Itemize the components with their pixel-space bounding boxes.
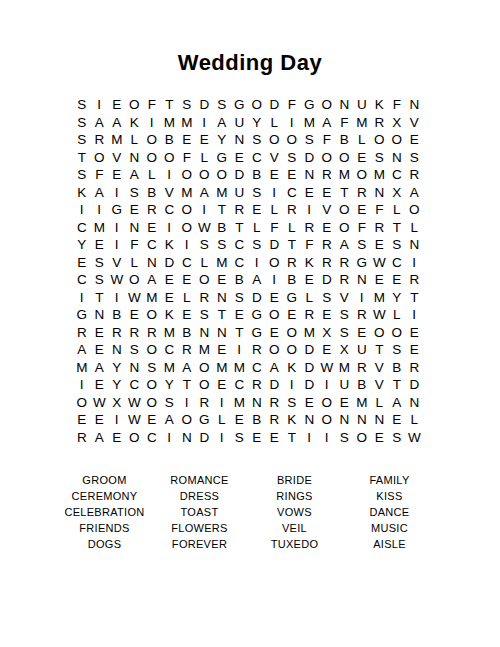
grid-cell-r5c5[interactable]: L (143, 166, 161, 184)
grid-cell-r11c11[interactable]: A (248, 271, 266, 289)
grid-cell-r5c13[interactable]: E (283, 166, 301, 184)
grid-cell-r19c8[interactable]: G (196, 411, 214, 429)
grid-cell-r9c12[interactable]: D (266, 236, 284, 254)
grid-cell-r20c17[interactable]: O (353, 429, 371, 447)
grid-cell-r4c18[interactable]: S (371, 149, 389, 167)
grid-cell-r20c13[interactable]: T (283, 429, 301, 447)
grid-cell-r3c16[interactable]: B (336, 131, 354, 149)
grid-cell-r7c6[interactable]: C (161, 201, 179, 219)
grid-cell-r19c9[interactable]: L (213, 411, 231, 429)
grid-cell-r7c4[interactable]: E (126, 201, 144, 219)
grid-cell-r9c19[interactable]: S (388, 236, 406, 254)
grid-cell-r20c7[interactable]: N (178, 429, 196, 447)
grid-cell-r12c8[interactable]: R (196, 289, 214, 307)
grid-cell-r4c13[interactable]: S (283, 149, 301, 167)
word-aisle[interactable]: AISLE (342, 536, 437, 552)
grid-cell-r6c14[interactable]: E (301, 184, 319, 202)
grid-cell-r14c9[interactable]: N (213, 324, 231, 342)
grid-cell-r5c16[interactable]: M (336, 166, 354, 184)
grid-cell-r17c11[interactable]: R (248, 376, 266, 394)
grid-cell-r13c12[interactable]: O (266, 306, 284, 324)
grid-cell-r20c1[interactable]: R (73, 429, 91, 447)
grid-cell-r12c15[interactable]: S (318, 289, 336, 307)
grid-cell-r19c5[interactable]: E (143, 411, 161, 429)
grid-cell-r9c11[interactable]: S (248, 236, 266, 254)
grid-cell-r3c3[interactable]: M (108, 131, 126, 149)
grid-cell-r6c1[interactable]: K (73, 184, 91, 202)
grid-cell-r20c5[interactable]: C (143, 429, 161, 447)
grid-cell-r20c9[interactable]: I (213, 429, 231, 447)
word-rings[interactable]: RINGS (247, 488, 342, 504)
grid-cell-r2c12[interactable]: L (266, 114, 284, 132)
grid-cell-r11c7[interactable]: E (178, 271, 196, 289)
grid-cell-r6c2[interactable]: A (91, 184, 109, 202)
grid-cell-r8c16[interactable]: O (336, 219, 354, 237)
grid-cell-r11c2[interactable]: S (91, 271, 109, 289)
grid-cell-r7c7[interactable]: O (178, 201, 196, 219)
grid-cell-r15c6[interactable]: C (161, 341, 179, 359)
grid-cell-r19c15[interactable]: O (318, 411, 336, 429)
grid-cell-r3c1[interactable]: S (73, 131, 91, 149)
grid-cell-r12c16[interactable]: V (336, 289, 354, 307)
grid-cell-r12c13[interactable]: G (283, 289, 301, 307)
grid-cell-r8c19[interactable]: T (388, 219, 406, 237)
grid-cell-r10c9[interactable]: M (213, 254, 231, 272)
grid-cell-r9c1[interactable]: Y (73, 236, 91, 254)
grid-cell-r18c15[interactable]: O (318, 394, 336, 412)
grid-cell-r1c16[interactable]: N (336, 96, 354, 114)
grid-cell-r14c20[interactable]: E (406, 324, 424, 342)
grid-cell-r10c6[interactable]: D (161, 254, 179, 272)
grid-cell-r18c1[interactable]: O (73, 394, 91, 412)
grid-cell-r10c13[interactable]: R (283, 254, 301, 272)
grid-cell-r16c15[interactable]: W (318, 359, 336, 377)
grid-cell-r2c18[interactable]: R (371, 114, 389, 132)
grid-cell-r15c3[interactable]: N (108, 341, 126, 359)
grid-cell-r18c16[interactable]: E (336, 394, 354, 412)
grid-cell-r3c10[interactable]: N (231, 131, 249, 149)
grid-cell-r8c13[interactable]: L (283, 219, 301, 237)
grid-cell-r20c14[interactable]: I (301, 429, 319, 447)
grid-cell-r12c10[interactable]: S (231, 289, 249, 307)
grid-cell-r19c14[interactable]: N (301, 411, 319, 429)
grid-cell-r14c4[interactable]: R (126, 324, 144, 342)
grid-cell-r4c19[interactable]: N (388, 149, 406, 167)
grid-cell-r13c20[interactable]: I (406, 306, 424, 324)
grid-cell-r13c4[interactable]: E (126, 306, 144, 324)
grid-cell-r15c4[interactable]: S (126, 341, 144, 359)
grid-cell-r13c6[interactable]: K (161, 306, 179, 324)
grid-cell-r1c3[interactable]: E (108, 96, 126, 114)
grid-cell-r19c6[interactable]: A (161, 411, 179, 429)
grid-cell-r13c13[interactable]: E (283, 306, 301, 324)
grid-cell-r10c3[interactable]: V (108, 254, 126, 272)
grid-cell-r6c6[interactable]: V (161, 184, 179, 202)
grid-cell-r2c13[interactable]: I (283, 114, 301, 132)
grid-cell-r5c4[interactable]: A (126, 166, 144, 184)
grid-cell-r11c6[interactable]: E (161, 271, 179, 289)
grid-cell-r11c12[interactable]: I (266, 271, 284, 289)
grid-cell-r10c14[interactable]: K (301, 254, 319, 272)
grid-cell-r15c14[interactable]: D (301, 341, 319, 359)
grid-cell-r3c2[interactable]: R (91, 131, 109, 149)
grid-cell-r12c14[interactable]: L (301, 289, 319, 307)
grid-cell-r16c5[interactable]: S (143, 359, 161, 377)
grid-cell-r16c16[interactable]: M (336, 359, 354, 377)
grid-cell-r19c12[interactable]: R (266, 411, 284, 429)
grid-cell-r2c3[interactable]: A (108, 114, 126, 132)
grid-cell-r11c3[interactable]: W (108, 271, 126, 289)
grid-cell-r17c13[interactable]: I (283, 376, 301, 394)
grid-cell-r15c11[interactable]: R (248, 341, 266, 359)
grid-cell-r2c20[interactable]: V (406, 114, 424, 132)
grid-cell-r10c18[interactable]: W (371, 254, 389, 272)
grid-cell-r16c11[interactable]: C (248, 359, 266, 377)
grid-cell-r7c14[interactable]: I (301, 201, 319, 219)
grid-cell-r11c8[interactable]: O (196, 271, 214, 289)
grid-cell-r7c5[interactable]: R (143, 201, 161, 219)
grid-cell-r10c19[interactable]: C (388, 254, 406, 272)
grid-cell-r1c13[interactable]: F (283, 96, 301, 114)
grid-cell-r17c4[interactable]: C (126, 376, 144, 394)
grid-cell-r17c8[interactable]: O (196, 376, 214, 394)
grid-cell-r6c5[interactable]: B (143, 184, 161, 202)
grid-cell-r19c1[interactable]: E (73, 411, 91, 429)
grid-cell-r16c8[interactable]: O (196, 359, 214, 377)
grid-cell-r20c18[interactable]: E (371, 429, 389, 447)
grid-cell-r9c17[interactable]: S (353, 236, 371, 254)
grid-cell-r12c18[interactable]: M (371, 289, 389, 307)
grid-cell-r9c13[interactable]: T (283, 236, 301, 254)
grid-cell-r11c19[interactable]: E (388, 271, 406, 289)
grid-cell-r1c14[interactable]: G (301, 96, 319, 114)
grid-cell-r1c12[interactable]: D (266, 96, 284, 114)
grid-cell-r16c4[interactable]: N (126, 359, 144, 377)
grid-cell-r15c12[interactable]: O (266, 341, 284, 359)
grid-cell-r17c10[interactable]: C (231, 376, 249, 394)
grid-cell-r13c16[interactable]: S (336, 306, 354, 324)
word-dress[interactable]: DRESS (152, 488, 247, 504)
grid-cell-r13c3[interactable]: B (108, 306, 126, 324)
grid-cell-r16c6[interactable]: M (161, 359, 179, 377)
grid-cell-r2c5[interactable]: I (143, 114, 161, 132)
grid-cell-r4c15[interactable]: O (318, 149, 336, 167)
word-forever[interactable]: FOREVER (152, 536, 247, 552)
grid-cell-r5c6[interactable]: I (161, 166, 179, 184)
grid-cell-r18c10[interactable]: M (231, 394, 249, 412)
grid-cell-r6c8[interactable]: A (196, 184, 214, 202)
grid-cell-r5c18[interactable]: M (371, 166, 389, 184)
grid-cell-r4c5[interactable]: O (143, 149, 161, 167)
grid-cell-r19c19[interactable]: E (388, 411, 406, 429)
grid-cell-r11c18[interactable]: E (371, 271, 389, 289)
grid-cell-r1c1[interactable]: S (73, 96, 91, 114)
grid-cell-r12c17[interactable]: I (353, 289, 371, 307)
word-bride[interactable]: BRIDE (247, 472, 342, 488)
grid-cell-r7c3[interactable]: G (108, 201, 126, 219)
grid-cell-r20c10[interactable]: S (231, 429, 249, 447)
grid-cell-r6c17[interactable]: R (353, 184, 371, 202)
grid-cell-r3c6[interactable]: B (161, 131, 179, 149)
grid-cell-r3c19[interactable]: O (388, 131, 406, 149)
grid-cell-r17c12[interactable]: D (266, 376, 284, 394)
grid-cell-r10c8[interactable]: L (196, 254, 214, 272)
grid-cell-r13c9[interactable]: T (213, 306, 231, 324)
word-celebration[interactable]: CELEBRATION (57, 504, 152, 520)
grid-cell-r15c13[interactable]: O (283, 341, 301, 359)
grid-cell-r1c2[interactable]: I (91, 96, 109, 114)
grid-cell-r11c20[interactable]: R (406, 271, 424, 289)
grid-cell-r4c14[interactable]: D (301, 149, 319, 167)
grid-cell-r5c10[interactable]: D (231, 166, 249, 184)
grid-cell-r15c10[interactable]: I (231, 341, 249, 359)
grid-cell-r7c8[interactable]: I (196, 201, 214, 219)
grid-cell-r1c17[interactable]: U (353, 96, 371, 114)
grid-cell-r6c4[interactable]: S (126, 184, 144, 202)
grid-cell-r11c14[interactable]: E (301, 271, 319, 289)
grid-cell-r7c2[interactable]: I (91, 201, 109, 219)
grid-cell-r3c12[interactable]: O (266, 131, 284, 149)
grid-cell-r16c18[interactable]: V (371, 359, 389, 377)
grid-cell-r4c16[interactable]: O (336, 149, 354, 167)
grid-cell-r10c11[interactable]: I (248, 254, 266, 272)
grid-cell-r15c19[interactable]: S (388, 341, 406, 359)
word-music[interactable]: MUSIC (342, 520, 437, 536)
grid-cell-r14c2[interactable]: E (91, 324, 109, 342)
grid-cell-r13c17[interactable]: R (353, 306, 371, 324)
grid-cell-r8c10[interactable]: T (231, 219, 249, 237)
grid-cell-r9c9[interactable]: S (213, 236, 231, 254)
word-vows[interactable]: VOWS (247, 504, 342, 520)
grid-cell-r7c12[interactable]: L (266, 201, 284, 219)
grid-cell-r10c20[interactable]: I (406, 254, 424, 272)
grid-cell-r14c8[interactable]: N (196, 324, 214, 342)
grid-cell-r5c14[interactable]: N (301, 166, 319, 184)
grid-cell-r9c8[interactable]: S (196, 236, 214, 254)
grid-cell-r2c15[interactable]: A (318, 114, 336, 132)
grid-cell-r20c11[interactable]: E (248, 429, 266, 447)
grid-cell-r7c13[interactable]: R (283, 201, 301, 219)
grid-cell-r13c7[interactable]: E (178, 306, 196, 324)
grid-cell-r5c20[interactable]: R (406, 166, 424, 184)
grid-cell-r8c2[interactable]: M (91, 219, 109, 237)
grid-cell-r18c7[interactable]: I (178, 394, 196, 412)
grid-cell-r8c18[interactable]: R (371, 219, 389, 237)
grid-cell-r5c17[interactable]: O (353, 166, 371, 184)
grid-cell-r12c12[interactable]: E (266, 289, 284, 307)
grid-cell-r8c8[interactable]: W (196, 219, 214, 237)
grid-cell-r15c20[interactable]: E (406, 341, 424, 359)
grid-cell-r17c2[interactable]: E (91, 376, 109, 394)
grid-cell-r19c17[interactable]: N (353, 411, 371, 429)
grid-cell-r4c3[interactable]: V (108, 149, 126, 167)
grid-cell-r11c17[interactable]: N (353, 271, 371, 289)
grid-cell-r20c8[interactable]: D (196, 429, 214, 447)
grid-cell-r10c4[interactable]: L (126, 254, 144, 272)
grid-cell-r16c10[interactable]: M (231, 359, 249, 377)
grid-cell-r6c20[interactable]: A (406, 184, 424, 202)
grid-cell-r8c7[interactable]: O (178, 219, 196, 237)
grid-cell-r11c9[interactable]: E (213, 271, 231, 289)
grid-cell-r8c11[interactable]: L (248, 219, 266, 237)
grid-cell-r9c3[interactable]: I (108, 236, 126, 254)
grid-cell-r6c3[interactable]: I (108, 184, 126, 202)
grid-cell-r18c2[interactable]: W (91, 394, 109, 412)
grid-cell-r17c7[interactable]: T (178, 376, 196, 394)
grid-cell-r5c11[interactable]: B (248, 166, 266, 184)
grid-cell-r2c6[interactable]: M (161, 114, 179, 132)
grid-cell-r12c5[interactable]: M (143, 289, 161, 307)
grid-cell-r17c9[interactable]: E (213, 376, 231, 394)
grid-cell-r1c18[interactable]: K (371, 96, 389, 114)
word-toast[interactable]: TOAST (152, 504, 247, 520)
grid-cell-r20c2[interactable]: A (91, 429, 109, 447)
grid-cell-r15c5[interactable]: O (143, 341, 161, 359)
grid-cell-r9c2[interactable]: E (91, 236, 109, 254)
grid-cell-r10c15[interactable]: R (318, 254, 336, 272)
grid-cell-r2c14[interactable]: M (301, 114, 319, 132)
grid-cell-r5c9[interactable]: O (213, 166, 231, 184)
grid-cell-r4c12[interactable]: V (266, 149, 284, 167)
grid-cell-r12c1[interactable]: I (73, 289, 91, 307)
grid-cell-r12c3[interactable]: I (108, 289, 126, 307)
grid-cell-r14c19[interactable]: O (388, 324, 406, 342)
grid-cell-r2c1[interactable]: S (73, 114, 91, 132)
grid-cell-r17c17[interactable]: B (353, 376, 371, 394)
grid-cell-r2c11[interactable]: Y (248, 114, 266, 132)
grid-cell-r20c6[interactable]: I (161, 429, 179, 447)
grid-cell-r18c13[interactable]: S (283, 394, 301, 412)
grid-cell-r7c17[interactable]: E (353, 201, 371, 219)
grid-cell-r10c1[interactable]: E (73, 254, 91, 272)
grid-cell-r17c1[interactable]: I (73, 376, 91, 394)
grid-cell-r3c4[interactable]: L (126, 131, 144, 149)
grid-cell-r2c8[interactable]: I (196, 114, 214, 132)
grid-cell-r8c14[interactable]: R (301, 219, 319, 237)
word-veil[interactable]: VEIL (247, 520, 342, 536)
grid-cell-r8c4[interactable]: N (126, 219, 144, 237)
grid-cell-r5c2[interactable]: F (91, 166, 109, 184)
grid-cell-r4c6[interactable]: O (161, 149, 179, 167)
grid-cell-r9c6[interactable]: K (161, 236, 179, 254)
grid-cell-r14c15[interactable]: X (318, 324, 336, 342)
grid-cell-r17c3[interactable]: Y (108, 376, 126, 394)
grid-cell-r10c12[interactable]: O (266, 254, 284, 272)
grid-cell-r14c12[interactable]: E (266, 324, 284, 342)
grid-cell-r18c14[interactable]: E (301, 394, 319, 412)
grid-cell-r15c7[interactable]: R (178, 341, 196, 359)
grid-cell-r15c17[interactable]: U (353, 341, 371, 359)
grid-cell-r7c9[interactable]: T (213, 201, 231, 219)
grid-cell-r12c9[interactable]: N (213, 289, 231, 307)
grid-cell-r5c15[interactable]: R (318, 166, 336, 184)
grid-cell-r17c5[interactable]: O (143, 376, 161, 394)
grid-cell-r9c5[interactable]: C (143, 236, 161, 254)
grid-cell-r7c10[interactable]: R (231, 201, 249, 219)
grid-cell-r3c15[interactable]: F (318, 131, 336, 149)
grid-cell-r1c8[interactable]: D (196, 96, 214, 114)
grid-cell-r16c2[interactable]: A (91, 359, 109, 377)
grid-cell-r18c3[interactable]: X (108, 394, 126, 412)
grid-cell-r14c5[interactable]: R (143, 324, 161, 342)
grid-cell-r8c5[interactable]: E (143, 219, 161, 237)
word-dance[interactable]: DANCE (342, 504, 437, 520)
grid-cell-r14c7[interactable]: B (178, 324, 196, 342)
grid-cell-r15c2[interactable]: E (91, 341, 109, 359)
grid-cell-r2c17[interactable]: M (353, 114, 371, 132)
grid-cell-r19c16[interactable]: N (336, 411, 354, 429)
grid-cell-r10c16[interactable]: R (336, 254, 354, 272)
grid-cell-r16c1[interactable]: M (73, 359, 91, 377)
grid-cell-r3c13[interactable]: O (283, 131, 301, 149)
grid-cell-r9c14[interactable]: F (301, 236, 319, 254)
grid-cell-r13c5[interactable]: O (143, 306, 161, 324)
grid-cell-r20c15[interactable]: I (318, 429, 336, 447)
grid-cell-r16c20[interactable]: R (406, 359, 424, 377)
grid-cell-r3c14[interactable]: S (301, 131, 319, 149)
grid-cell-r10c17[interactable]: G (353, 254, 371, 272)
grid-cell-r14c14[interactable]: M (301, 324, 319, 342)
grid-cell-r3c7[interactable]: E (178, 131, 196, 149)
grid-cell-r3c11[interactable]: S (248, 131, 266, 149)
grid-cell-r6c11[interactable]: S (248, 184, 266, 202)
grid-cell-r8c20[interactable]: L (406, 219, 424, 237)
grid-cell-r11c5[interactable]: A (143, 271, 161, 289)
grid-cell-r1c7[interactable]: S (178, 96, 196, 114)
grid-cell-r19c7[interactable]: O (178, 411, 196, 429)
grid-cell-r17c14[interactable]: D (301, 376, 319, 394)
grid-cell-r6c18[interactable]: N (371, 184, 389, 202)
grid-cell-r19c18[interactable]: N (371, 411, 389, 429)
grid-cell-r6c12[interactable]: I (266, 184, 284, 202)
grid-cell-r20c20[interactable]: W (406, 429, 424, 447)
grid-cell-r3c17[interactable]: L (353, 131, 371, 149)
grid-cell-r19c4[interactable]: W (126, 411, 144, 429)
grid-cell-r4c10[interactable]: E (231, 149, 249, 167)
grid-cell-r3c8[interactable]: E (196, 131, 214, 149)
grid-cell-r12c20[interactable]: T (406, 289, 424, 307)
grid-cell-r5c19[interactable]: C (388, 166, 406, 184)
grid-cell-r8c3[interactable]: I (108, 219, 126, 237)
grid-cell-r12c6[interactable]: E (161, 289, 179, 307)
grid-cell-r8c6[interactable]: I (161, 219, 179, 237)
grid-cell-r17c18[interactable]: V (371, 376, 389, 394)
grid-cell-r9c16[interactable]: A (336, 236, 354, 254)
grid-cell-r2c7[interactable]: M (178, 114, 196, 132)
grid-cell-r1c9[interactable]: S (213, 96, 231, 114)
grid-cell-r3c5[interactable]: O (143, 131, 161, 149)
grid-cell-r4c2[interactable]: O (91, 149, 109, 167)
grid-cell-r4c4[interactable]: N (126, 149, 144, 167)
grid-cell-r10c7[interactable]: C (178, 254, 196, 272)
grid-cell-r18c5[interactable]: O (143, 394, 161, 412)
word-flowers[interactable]: FLOWERS (152, 520, 247, 536)
grid-cell-r12c7[interactable]: L (178, 289, 196, 307)
grid-cell-r13c2[interactable]: N (91, 306, 109, 324)
grid-cell-r11c13[interactable]: B (283, 271, 301, 289)
grid-cell-r7c1[interactable]: I (73, 201, 91, 219)
grid-cell-r2c4[interactable]: K (126, 114, 144, 132)
word-tuxedo[interactable]: TUXEDO (247, 536, 342, 552)
grid-cell-r16c12[interactable]: A (266, 359, 284, 377)
grid-cell-r6c15[interactable]: E (318, 184, 336, 202)
grid-cell-r4c11[interactable]: C (248, 149, 266, 167)
grid-cell-r5c3[interactable]: E (108, 166, 126, 184)
grid-cell-r1c19[interactable]: F (388, 96, 406, 114)
grid-cell-r19c10[interactable]: E (231, 411, 249, 429)
grid-cell-r18c11[interactable]: N (248, 394, 266, 412)
grid-cell-r15c15[interactable]: E (318, 341, 336, 359)
